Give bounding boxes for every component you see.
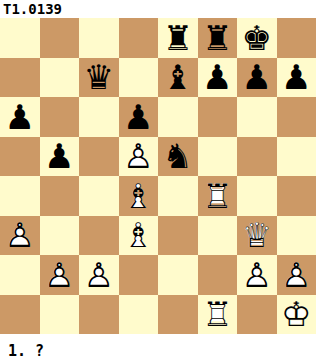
piece-white-pawn: ♟♙ <box>123 139 153 173</box>
square-e3[interactable] <box>158 216 198 256</box>
square-f2[interactable] <box>198 255 238 295</box>
piece-outline: ♙ <box>281 258 311 292</box>
puzzle-title: T1.0139 <box>0 0 320 18</box>
piece-black-knight: ♞ <box>163 139 193 173</box>
piece-white-rook: ♜♖ <box>202 297 232 331</box>
piece-white-bishop: ♝♗ <box>123 179 153 213</box>
square-a5[interactable] <box>0 137 40 177</box>
square-d4[interactable]: ♝♗ <box>119 176 159 216</box>
square-c8[interactable] <box>79 18 119 58</box>
piece-white-king: ♚♔ <box>281 297 311 331</box>
square-e6[interactable] <box>158 97 198 137</box>
square-f4[interactable]: ♜♖ <box>198 176 238 216</box>
square-g8[interactable]: ♚ <box>237 18 277 58</box>
square-d6[interactable]: ♟ <box>119 97 159 137</box>
square-f1[interactable]: ♜♖ <box>198 295 238 335</box>
square-a1[interactable] <box>0 295 40 335</box>
square-f5[interactable] <box>198 137 238 177</box>
piece-black-king: ♚ <box>242 21 272 55</box>
piece-white-pawn: ♟♙ <box>44 258 74 292</box>
square-c5[interactable] <box>79 137 119 177</box>
square-e8[interactable]: ♜ <box>158 18 198 58</box>
piece-glyph: ♜ <box>163 21 193 55</box>
square-h7[interactable]: ♟ <box>277 58 317 98</box>
piece-white-pawn: ♟♙ <box>242 258 272 292</box>
square-c6[interactable] <box>79 97 119 137</box>
square-g6[interactable] <box>237 97 277 137</box>
chess-puzzle-page: T1.0139 ♜♜♚♛♝♟♟♟♟♟♟♟♙♞♝♗♜♖♟♙♝♗♛♕♟♙♟♙♟♙♟♙… <box>0 0 320 360</box>
square-b7[interactable] <box>40 58 80 98</box>
piece-glyph: ♟ <box>242 60 272 94</box>
square-g7[interactable]: ♟ <box>237 58 277 98</box>
piece-glyph: ♝ <box>163 60 193 94</box>
square-c4[interactable] <box>79 176 119 216</box>
square-g5[interactable] <box>237 137 277 177</box>
square-a4[interactable] <box>0 176 40 216</box>
square-c2[interactable]: ♟♙ <box>79 255 119 295</box>
square-f8[interactable]: ♜ <box>198 18 238 58</box>
square-g4[interactable] <box>237 176 277 216</box>
square-b5[interactable]: ♟ <box>40 137 80 177</box>
move-prompt: 1. ? <box>0 334 320 360</box>
piece-white-queen: ♛♕ <box>242 218 272 252</box>
piece-black-rook: ♜ <box>202 21 232 55</box>
square-b6[interactable] <box>40 97 80 137</box>
square-h2[interactable]: ♟♙ <box>277 255 317 295</box>
chess-board: ♜♜♚♛♝♟♟♟♟♟♟♟♙♞♝♗♜♖♟♙♝♗♛♕♟♙♟♙♟♙♟♙♜♖♚♔ <box>0 18 316 334</box>
piece-outline: ♔ <box>281 297 311 331</box>
square-c3[interactable] <box>79 216 119 256</box>
square-d3[interactable]: ♝♗ <box>119 216 159 256</box>
square-b3[interactable] <box>40 216 80 256</box>
piece-glyph: ♟ <box>5 100 35 134</box>
square-a7[interactable] <box>0 58 40 98</box>
piece-black-pawn: ♟ <box>202 60 232 94</box>
piece-outline: ♗ <box>123 179 153 213</box>
square-c1[interactable] <box>79 295 119 335</box>
piece-black-bishop: ♝ <box>163 60 193 94</box>
square-d5[interactable]: ♟♙ <box>119 137 159 177</box>
square-h8[interactable] <box>277 18 317 58</box>
square-c7[interactable]: ♛ <box>79 58 119 98</box>
piece-glyph: ♚ <box>242 21 272 55</box>
piece-outline: ♕ <box>242 218 272 252</box>
square-d7[interactable] <box>119 58 159 98</box>
piece-outline: ♖ <box>202 297 232 331</box>
square-g3[interactable]: ♛♕ <box>237 216 277 256</box>
piece-glyph: ♞ <box>163 139 193 173</box>
piece-black-pawn: ♟ <box>5 100 35 134</box>
piece-glyph: ♟ <box>281 60 311 94</box>
square-h3[interactable] <box>277 216 317 256</box>
square-h6[interactable] <box>277 97 317 137</box>
piece-white-pawn: ♟♙ <box>5 218 35 252</box>
square-e4[interactable] <box>158 176 198 216</box>
piece-outline: ♗ <box>123 218 153 252</box>
piece-outline: ♙ <box>44 258 74 292</box>
square-f3[interactable] <box>198 216 238 256</box>
square-f7[interactable]: ♟ <box>198 58 238 98</box>
piece-white-rook: ♜♖ <box>202 179 232 213</box>
piece-black-pawn: ♟ <box>281 60 311 94</box>
piece-white-pawn: ♟♙ <box>281 258 311 292</box>
piece-black-queen: ♛ <box>84 60 114 94</box>
piece-black-pawn: ♟ <box>123 100 153 134</box>
piece-outline: ♙ <box>242 258 272 292</box>
square-d1[interactable] <box>119 295 159 335</box>
square-g1[interactable] <box>237 295 277 335</box>
square-a3[interactable]: ♟♙ <box>0 216 40 256</box>
square-e1[interactable] <box>158 295 198 335</box>
square-e2[interactable] <box>158 255 198 295</box>
piece-glyph: ♛ <box>84 60 114 94</box>
square-h1[interactable]: ♚♔ <box>277 295 317 335</box>
square-b8[interactable] <box>40 18 80 58</box>
square-h4[interactable] <box>277 176 317 216</box>
square-a8[interactable] <box>0 18 40 58</box>
square-a2[interactable] <box>0 255 40 295</box>
square-e7[interactable]: ♝ <box>158 58 198 98</box>
square-g2[interactable]: ♟♙ <box>237 255 277 295</box>
square-b2[interactable]: ♟♙ <box>40 255 80 295</box>
piece-outline: ♙ <box>84 258 114 292</box>
piece-white-pawn: ♟♙ <box>84 258 114 292</box>
piece-glyph: ♟ <box>123 100 153 134</box>
piece-black-rook: ♜ <box>163 21 193 55</box>
square-d2[interactable] <box>119 255 159 295</box>
square-b4[interactable] <box>40 176 80 216</box>
piece-outline: ♙ <box>5 218 35 252</box>
piece-outline: ♖ <box>202 179 232 213</box>
piece-white-bishop: ♝♗ <box>123 218 153 252</box>
piece-glyph: ♜ <box>202 21 232 55</box>
piece-glyph: ♟ <box>44 139 74 173</box>
square-h5[interactable] <box>277 137 317 177</box>
piece-outline: ♙ <box>123 139 153 173</box>
square-a6[interactable]: ♟ <box>0 97 40 137</box>
square-d8[interactable] <box>119 18 159 58</box>
square-e5[interactable]: ♞ <box>158 137 198 177</box>
piece-black-pawn: ♟ <box>242 60 272 94</box>
square-f6[interactable] <box>198 97 238 137</box>
piece-glyph: ♟ <box>202 60 232 94</box>
square-b1[interactable] <box>40 295 80 335</box>
piece-black-pawn: ♟ <box>44 139 74 173</box>
